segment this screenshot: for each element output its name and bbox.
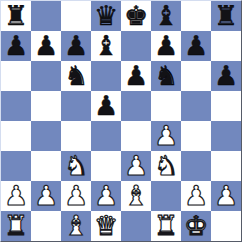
piece-black-pawn[interactable]: ♟: [154, 32, 178, 59]
square-a2[interactable]: ♟: [1, 181, 31, 211]
square-d5[interactable]: ♟: [91, 91, 121, 121]
square-h1[interactable]: [211, 211, 241, 241]
square-f2[interactable]: [151, 181, 181, 211]
square-e8[interactable]: ♚: [121, 1, 151, 31]
square-b6[interactable]: [31, 61, 61, 91]
square-a1[interactable]: ♜: [1, 211, 31, 241]
square-d7[interactable]: ♝: [91, 31, 121, 61]
square-a8[interactable]: ♜: [1, 1, 31, 31]
square-h4[interactable]: [211, 121, 241, 151]
square-d3[interactable]: [91, 151, 121, 181]
square-e6[interactable]: ♟: [121, 61, 151, 91]
piece-black-rook[interactable]: ♜: [214, 2, 238, 29]
square-d1[interactable]: ♛: [91, 211, 121, 241]
square-d6[interactable]: [91, 61, 121, 91]
square-h5[interactable]: [211, 91, 241, 121]
piece-white-pawn[interactable]: ♟: [34, 182, 58, 209]
square-g8[interactable]: [181, 1, 211, 31]
square-g6[interactable]: [181, 61, 211, 91]
square-e7[interactable]: [121, 31, 151, 61]
square-e4[interactable]: [121, 121, 151, 151]
piece-black-pawn[interactable]: ♟: [124, 62, 148, 89]
square-c3[interactable]: ♞: [61, 151, 91, 181]
piece-white-pawn[interactable]: ♟: [124, 152, 148, 179]
square-e1[interactable]: [121, 211, 151, 241]
piece-black-pawn[interactable]: ♟: [214, 62, 238, 89]
square-a5[interactable]: [1, 91, 31, 121]
square-d2[interactable]: ♟: [91, 181, 121, 211]
piece-white-pawn[interactable]: ♟: [4, 182, 28, 209]
square-c8[interactable]: [61, 1, 91, 31]
square-c7[interactable]: ♟: [61, 31, 91, 61]
piece-white-knight[interactable]: ♞: [64, 152, 88, 179]
square-e3[interactable]: ♟: [121, 151, 151, 181]
chess-board: ♜♛♚♝♜♟♟♟♝♟♟♞♟♞♟♟♟♞♟♞♟♟♟♟♝♟♟♜♝♛♜♚: [0, 0, 242, 242]
piece-white-pawn[interactable]: ♟: [214, 182, 238, 209]
square-h7[interactable]: [211, 31, 241, 61]
square-b5[interactable]: [31, 91, 61, 121]
square-b4[interactable]: [31, 121, 61, 151]
square-f5[interactable]: [151, 91, 181, 121]
piece-white-pawn[interactable]: ♟: [184, 182, 208, 209]
piece-white-knight[interactable]: ♞: [154, 152, 178, 179]
square-h2[interactable]: ♟: [211, 181, 241, 211]
square-h8[interactable]: ♜: [211, 1, 241, 31]
square-e5[interactable]: [121, 91, 151, 121]
square-a3[interactable]: [1, 151, 31, 181]
piece-black-pawn[interactable]: ♟: [64, 32, 88, 59]
square-g2[interactable]: ♟: [181, 181, 211, 211]
square-c4[interactable]: [61, 121, 91, 151]
square-c5[interactable]: [61, 91, 91, 121]
square-c2[interactable]: ♟: [61, 181, 91, 211]
square-f3[interactable]: ♞: [151, 151, 181, 181]
piece-black-knight[interactable]: ♞: [154, 62, 178, 89]
square-g7[interactable]: ♟: [181, 31, 211, 61]
square-c6[interactable]: ♞: [61, 61, 91, 91]
square-a4[interactable]: [1, 121, 31, 151]
piece-white-pawn[interactable]: ♟: [94, 182, 118, 209]
piece-black-bishop[interactable]: ♝: [154, 2, 178, 29]
piece-white-pawn[interactable]: ♟: [64, 182, 88, 209]
piece-white-rook[interactable]: ♜: [4, 212, 28, 239]
square-g5[interactable]: [181, 91, 211, 121]
piece-black-rook[interactable]: ♜: [4, 2, 28, 29]
square-h6[interactable]: ♟: [211, 61, 241, 91]
piece-black-pawn[interactable]: ♟: [184, 32, 208, 59]
square-h3[interactable]: [211, 151, 241, 181]
square-d4[interactable]: [91, 121, 121, 151]
piece-white-king[interactable]: ♚: [184, 212, 208, 239]
piece-white-queen[interactable]: ♛: [94, 212, 118, 239]
square-g3[interactable]: [181, 151, 211, 181]
piece-black-pawn[interactable]: ♟: [94, 92, 118, 119]
square-f4[interactable]: ♟: [151, 121, 181, 151]
square-f6[interactable]: ♞: [151, 61, 181, 91]
square-b1[interactable]: [31, 211, 61, 241]
square-f8[interactable]: ♝: [151, 1, 181, 31]
square-d8[interactable]: ♛: [91, 1, 121, 31]
piece-black-knight[interactable]: ♞: [64, 62, 88, 89]
square-f1[interactable]: ♜: [151, 211, 181, 241]
piece-black-pawn[interactable]: ♟: [4, 32, 28, 59]
square-b3[interactable]: [31, 151, 61, 181]
square-a7[interactable]: ♟: [1, 31, 31, 61]
piece-black-bishop[interactable]: ♝: [94, 32, 118, 59]
piece-black-king[interactable]: ♚: [124, 2, 148, 29]
square-c1[interactable]: ♝: [61, 211, 91, 241]
piece-white-rook[interactable]: ♜: [154, 212, 178, 239]
square-b2[interactable]: ♟: [31, 181, 61, 211]
square-b8[interactable]: [31, 1, 61, 31]
piece-white-pawn[interactable]: ♟: [154, 122, 178, 149]
square-b7[interactable]: ♟: [31, 31, 61, 61]
piece-black-queen[interactable]: ♛: [94, 2, 118, 29]
piece-white-bishop[interactable]: ♝: [64, 212, 88, 239]
square-a6[interactable]: [1, 61, 31, 91]
square-g4[interactable]: [181, 121, 211, 151]
piece-white-bishop[interactable]: ♝: [124, 182, 148, 209]
piece-black-pawn[interactable]: ♟: [34, 32, 58, 59]
square-e2[interactable]: ♝: [121, 181, 151, 211]
square-g1[interactable]: ♚: [181, 211, 211, 241]
square-f7[interactable]: ♟: [151, 31, 181, 61]
